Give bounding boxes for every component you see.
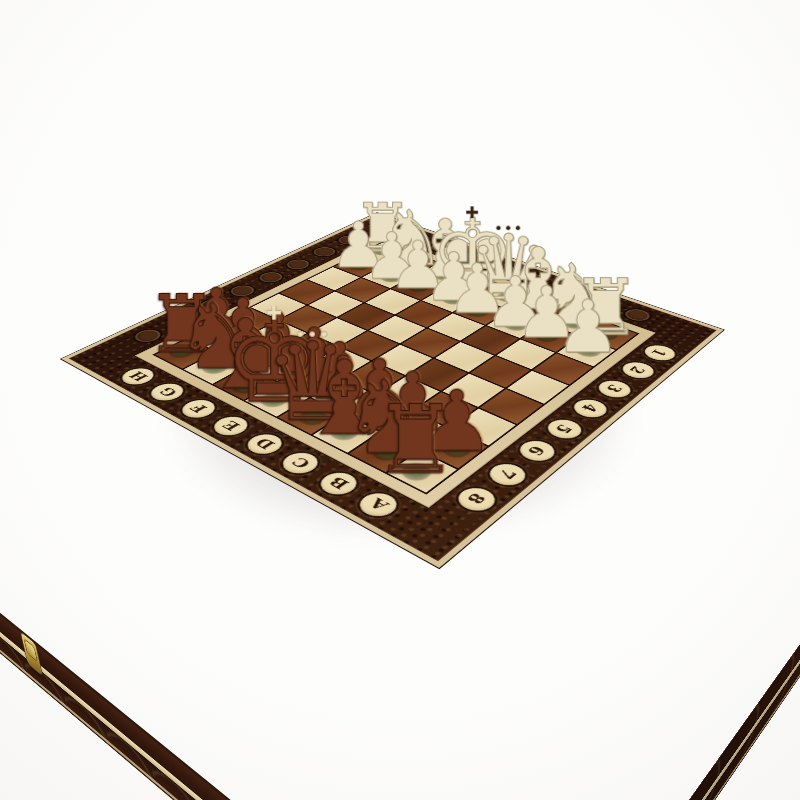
box-seam (518, 565, 800, 800)
box-side-right (516, 542, 800, 800)
board-top-face: H1G2F3E4D5C6B7A8 ♜♞♝♚✚♛•••♝♞♜♟♟♟♟♟♟♟♟♟♟♟… (61, 213, 723, 568)
box-bottom-trim (0, 641, 516, 800)
box-bottom-trim (516, 587, 800, 800)
pieces-layer: ♜♞♝♚✚♛•••♝♞♜♟♟♟♟♟♟♟♟♟♟♟♟♟♟♟♟♜♞♝♚✚♛•••♝♞♜ (61, 213, 723, 568)
photo-stage: H1G2F3E4D5C6B7A8 ♜♞♝♚✚♛•••♝♞♜♟♟♟♟♟♟♟♟♟♟♟… (0, 0, 800, 800)
scene-3d: H1G2F3E4D5C6B7A8 ♜♞♝♚✚♛•••♝♞♜♟♟♟♟♟♟♟♟♟♟♟… (0, 0, 800, 800)
